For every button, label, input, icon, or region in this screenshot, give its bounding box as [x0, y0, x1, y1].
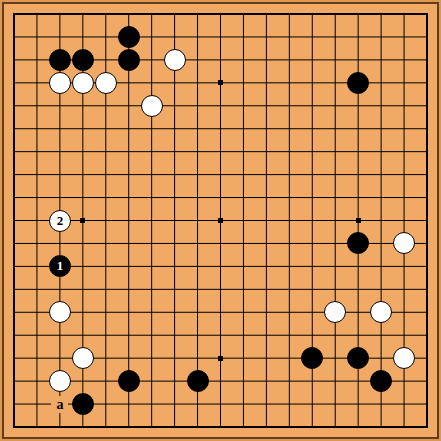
stone-white — [164, 49, 186, 71]
go-board[interactable]: 21a — [13, 13, 428, 428]
stone-black — [49, 49, 71, 71]
stone-black — [72, 49, 94, 71]
stone-black — [118, 26, 140, 48]
stone-white — [49, 72, 71, 94]
stone-white — [72, 347, 94, 369]
star-point — [218, 80, 223, 85]
star-point — [218, 356, 223, 361]
point-label-a: a — [51, 396, 68, 413]
stone-white — [49, 370, 71, 392]
go-board-frame: 21a — [0, 0, 441, 441]
stone-black — [72, 393, 94, 415]
star-point — [356, 218, 361, 223]
stone-white — [49, 301, 71, 323]
stone-white — [95, 72, 117, 94]
stone-white — [141, 95, 163, 117]
stone-black — [118, 49, 140, 71]
star-point — [80, 218, 85, 223]
stone-white — [72, 72, 94, 94]
star-point — [218, 218, 223, 223]
stone-black — [118, 370, 140, 392]
stone-white-move-2: 2 — [49, 210, 71, 232]
stone-black — [347, 72, 369, 94]
stone-black — [187, 370, 209, 392]
go-board-wood: 21a — [2, 2, 439, 439]
